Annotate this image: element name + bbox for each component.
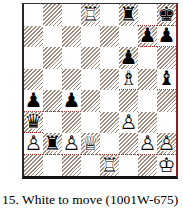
square-g7[interactable]: ♟ (138, 26, 157, 48)
square-a3[interactable]: ♛ (24, 112, 43, 134)
square-h7[interactable]: ♟ (157, 26, 176, 48)
square-g6[interactable] (138, 47, 157, 69)
black-pawn-a4[interactable]: ♟ (25, 90, 43, 111)
black-queen-a3[interactable]: ♛ (25, 111, 43, 132)
square-g3[interactable] (138, 112, 157, 134)
square-a1[interactable] (24, 155, 43, 177)
black-pawn-f6[interactable]: ♟ (120, 47, 138, 68)
white-pawn-a2[interactable]: ♙ (25, 133, 43, 154)
square-h1[interactable]: ♔ (157, 155, 176, 177)
square-c2[interactable]: ♙ (62, 133, 81, 155)
square-e4[interactable] (100, 90, 119, 112)
square-b7[interactable] (43, 26, 62, 48)
square-d6[interactable] (81, 47, 100, 69)
square-b3[interactable] (43, 112, 62, 134)
square-f4[interactable] (119, 90, 138, 112)
square-a2[interactable]: ♙ (24, 133, 43, 155)
square-b6[interactable] (43, 47, 62, 69)
white-pawn-f3[interactable]: ♙ (120, 112, 138, 133)
caption: 15. White to move (1001W-675) (2, 192, 183, 208)
square-e6[interactable] (100, 47, 119, 69)
square-d4[interactable] (81, 90, 100, 112)
white-bishop-f5[interactable]: ♗ (120, 68, 138, 89)
square-c3[interactable] (62, 112, 81, 134)
white-pawn-h2[interactable]: ♙ (158, 133, 176, 154)
white-pawn-g2[interactable]: ♙ (139, 133, 157, 154)
black-bishop-h5[interactable]: ♝ (158, 68, 176, 89)
square-b2[interactable]: ♜ (43, 133, 62, 155)
square-e2[interactable] (100, 133, 119, 155)
square-b4[interactable] (43, 90, 62, 112)
square-f2[interactable] (119, 133, 138, 155)
white-rook-d8[interactable]: ♖ (82, 4, 100, 25)
square-d1[interactable] (81, 155, 100, 177)
square-c1[interactable] (62, 155, 81, 177)
square-d7[interactable] (81, 26, 100, 48)
black-rook-b2[interactable]: ♜ (44, 133, 62, 154)
square-e7[interactable] (100, 26, 119, 48)
square-d3[interactable] (81, 112, 100, 134)
square-a7[interactable] (24, 26, 43, 48)
square-g1[interactable] (138, 155, 157, 177)
black-pawn-h7[interactable]: ♟ (158, 25, 176, 46)
square-h5[interactable]: ♝ (157, 69, 176, 91)
square-f3[interactable]: ♙ (119, 112, 138, 134)
square-c8[interactable] (62, 4, 81, 26)
square-g5[interactable] (138, 69, 157, 91)
square-a5[interactable] (24, 69, 43, 91)
black-pawn-c4[interactable]: ♟ (63, 90, 81, 111)
white-pawn-c2[interactable]: ♙ (63, 133, 81, 154)
square-b5[interactable] (43, 69, 62, 91)
white-queen-d2[interactable]: ♕ (82, 133, 100, 154)
square-d5[interactable] (81, 69, 100, 91)
square-c4[interactable]: ♟ (62, 90, 81, 112)
black-rook-f8[interactable]: ♜ (120, 4, 138, 25)
square-h3[interactable] (157, 112, 176, 134)
square-f7[interactable] (119, 26, 138, 48)
square-e5[interactable] (100, 69, 119, 91)
square-e3[interactable] (100, 112, 119, 134)
square-e8[interactable] (100, 4, 119, 26)
square-d8[interactable]: ♖ (81, 4, 100, 26)
square-a8[interactable] (24, 4, 43, 26)
square-b8[interactable] (43, 4, 62, 26)
square-b1[interactable] (43, 155, 62, 177)
square-e1[interactable]: ♖ (100, 155, 119, 177)
square-f5[interactable]: ♗ (119, 69, 138, 91)
square-a6[interactable] (24, 47, 43, 69)
white-king-h1[interactable]: ♔ (158, 155, 176, 176)
square-g2[interactable]: ♙ (138, 133, 157, 155)
black-king-h8[interactable]: ♚ (158, 4, 176, 25)
square-f8[interactable]: ♜ (119, 4, 138, 26)
square-g4[interactable] (138, 90, 157, 112)
square-c7[interactable] (62, 26, 81, 48)
square-c5[interactable] (62, 69, 81, 91)
square-h2[interactable]: ♙ (157, 133, 176, 155)
diagram: ♖♜♚♟♟♟♗♝♟♟♛♙♙♜♙♕♙♙♖♔ 15. White to move (… (0, 0, 183, 217)
square-c6[interactable] (62, 47, 81, 69)
square-d2[interactable]: ♕ (81, 133, 100, 155)
square-f1[interactable] (119, 155, 138, 177)
white-rook-e1[interactable]: ♖ (101, 155, 119, 176)
square-h4[interactable] (157, 90, 176, 112)
black-pawn-g7[interactable]: ♟ (139, 25, 157, 46)
chess-board[interactable]: ♖♜♚♟♟♟♗♝♟♟♛♙♙♜♙♕♙♙♖♔ (22, 3, 178, 179)
